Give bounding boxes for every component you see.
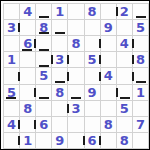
cell-r1c2[interactable]: 4 bbox=[20, 4, 36, 20]
adjacent-bar-v-r2c1 bbox=[18, 23, 20, 32]
adjacent-bar-v-r6c2 bbox=[34, 88, 36, 97]
cell-r3c9[interactable] bbox=[133, 36, 149, 52]
cell-r4c1[interactable]: 1 bbox=[4, 52, 20, 68]
adjacent-bar-h-r1c3 bbox=[39, 16, 49, 18]
cell-r8c8[interactable] bbox=[117, 117, 133, 133]
cell-r9c9[interactable] bbox=[133, 133, 149, 149]
cell-r5c3[interactable]: 5 bbox=[36, 68, 52, 84]
adjacent-bar-v-r5c1 bbox=[18, 72, 20, 81]
cell-r4c6[interactable]: 5 bbox=[85, 52, 101, 68]
cell-r6c4[interactable]: 8 bbox=[52, 85, 68, 101]
cell-r3c5[interactable]: 8 bbox=[68, 36, 84, 52]
adjacent-bar-v-r5c8 bbox=[132, 72, 134, 81]
cell-r4c8[interactable] bbox=[117, 52, 133, 68]
adjacent-bar-h-r6c3 bbox=[39, 97, 49, 99]
adjacent-bar-h-r6c8 bbox=[120, 97, 130, 99]
cell-r7c6[interactable] bbox=[85, 101, 101, 117]
adjacent-bar-v-r5c4 bbox=[67, 72, 69, 81]
cell-r1c5[interactable] bbox=[68, 4, 84, 20]
adjacent-bar-v-r6c7 bbox=[116, 88, 118, 97]
puzzle-board: 41823895684135854589183546871968 bbox=[0, 0, 150, 150]
adjacent-bar-h-r4c3 bbox=[39, 65, 49, 67]
cell-r2c8[interactable] bbox=[117, 20, 133, 36]
adjacent-bar-h-r2c4 bbox=[55, 32, 65, 34]
adjacent-bar-v-r9c5 bbox=[83, 136, 85, 145]
cell-r2c9[interactable]: 5 bbox=[133, 20, 149, 36]
cell-r9c4[interactable]: 9 bbox=[52, 133, 68, 149]
cell-r5c2[interactable] bbox=[20, 68, 36, 84]
cell-r2c5[interactable] bbox=[68, 20, 84, 36]
adjacent-bar-v-r1c7 bbox=[116, 7, 118, 16]
cell-r7c1[interactable] bbox=[4, 101, 20, 117]
cell-r1c6[interactable]: 8 bbox=[85, 4, 101, 20]
adjacent-bar-v-r3c8 bbox=[132, 39, 134, 48]
cell-r9c3[interactable] bbox=[36, 133, 52, 149]
cell-r3c7[interactable] bbox=[101, 36, 117, 52]
cell-r9c2[interactable]: 1 bbox=[20, 133, 36, 149]
cell-r8c9[interactable]: 7 bbox=[133, 117, 149, 133]
cell-r4c5[interactable] bbox=[68, 52, 84, 68]
cell-r1c4[interactable]: 1 bbox=[52, 4, 68, 20]
adjacent-bar-v-r3c6 bbox=[99, 39, 101, 48]
adjacent-bar-v-r9c6 bbox=[99, 136, 101, 145]
puzzle-grid: 41823895684135854589183546871968 bbox=[3, 3, 149, 149]
adjacent-bar-v-r7c4 bbox=[67, 104, 69, 113]
adjacent-bar-v-r8c1 bbox=[18, 120, 20, 129]
cell-r1c1[interactable] bbox=[4, 4, 20, 20]
cell-r5c5[interactable] bbox=[68, 68, 84, 84]
cell-r8c7[interactable]: 8 bbox=[101, 117, 117, 133]
cell-r6c6[interactable]: 9 bbox=[85, 85, 101, 101]
adjacent-bar-h-r3c3 bbox=[39, 49, 49, 51]
adjacent-bar-v-r4c8 bbox=[132, 55, 134, 64]
cell-r7c2[interactable]: 8 bbox=[20, 101, 36, 117]
cell-r6c9[interactable]: 1 bbox=[133, 85, 149, 101]
cell-r1c8[interactable]: 2 bbox=[117, 4, 133, 20]
adjacent-bar-h-r6c1 bbox=[6, 97, 16, 99]
adjacent-bar-v-r8c2 bbox=[34, 120, 36, 129]
cell-r9c7[interactable] bbox=[101, 133, 117, 149]
cell-r8c6[interactable] bbox=[85, 117, 101, 133]
cell-r3c4[interactable] bbox=[52, 36, 68, 52]
cell-r1c7[interactable] bbox=[101, 4, 117, 20]
cell-r7c8[interactable]: 5 bbox=[117, 101, 133, 117]
adjacent-bar-h-r1c9 bbox=[136, 16, 146, 18]
cell-r5c6[interactable] bbox=[85, 68, 101, 84]
cell-r9c6[interactable]: 6 bbox=[85, 133, 101, 149]
adjacent-bar-v-r9c1 bbox=[18, 136, 20, 145]
adjacent-bar-v-r4c6 bbox=[99, 55, 101, 64]
adjacent-bar-v-r5c6 bbox=[99, 72, 101, 81]
adjacent-bar-v-r4c4 bbox=[67, 55, 69, 64]
adjacent-bar-h-r3c2 bbox=[22, 49, 32, 51]
cell-r8c3[interactable]: 6 bbox=[36, 117, 52, 133]
cell-r4c2[interactable] bbox=[20, 52, 36, 68]
cell-r5c8[interactable] bbox=[117, 68, 133, 84]
cell-r7c3[interactable] bbox=[36, 101, 52, 117]
cell-r2c7[interactable]: 9 bbox=[101, 20, 117, 36]
adjacent-bar-h-r5c9 bbox=[136, 81, 146, 83]
adjacent-bar-h-r5c4 bbox=[55, 81, 65, 83]
cell-r5c7[interactable]: 4 bbox=[101, 68, 117, 84]
adjacent-bar-h-r6c5 bbox=[71, 97, 81, 99]
cell-r3c8[interactable]: 4 bbox=[117, 36, 133, 52]
cell-r3c1[interactable] bbox=[4, 36, 20, 52]
cell-r8c5[interactable] bbox=[68, 117, 84, 133]
cell-r7c5[interactable]: 3 bbox=[68, 101, 84, 117]
adjacent-bar-v-r4c3 bbox=[51, 55, 53, 64]
adjacent-bar-h-r2c3 bbox=[39, 32, 49, 34]
cell-r4c9[interactable]: 8 bbox=[133, 52, 149, 68]
cell-r3c6[interactable] bbox=[85, 36, 101, 52]
cell-r2c6[interactable] bbox=[85, 20, 101, 36]
cell-r4c7[interactable] bbox=[101, 52, 117, 68]
cell-r7c7[interactable] bbox=[101, 101, 117, 117]
cell-r6c7[interactable] bbox=[101, 85, 117, 101]
adjacent-bar-v-r3c2 bbox=[34, 39, 36, 48]
cell-r8c4[interactable] bbox=[52, 117, 68, 133]
cell-r9c8[interactable]: 8 bbox=[117, 133, 133, 149]
cell-r2c2[interactable] bbox=[20, 20, 36, 36]
cell-r7c9[interactable] bbox=[133, 101, 149, 117]
